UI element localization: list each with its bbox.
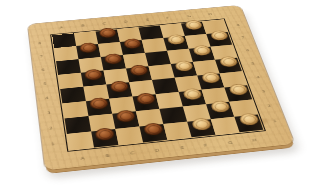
file-label: C [130, 151, 135, 155]
dark-checker-D3[interactable] [136, 92, 156, 105]
rank-label: 4 [45, 96, 49, 100]
square-A3[interactable] [62, 101, 88, 118]
square-H3[interactable] [224, 85, 252, 102]
file-label: F [166, 16, 169, 19]
light-checker-H1[interactable] [238, 113, 260, 126]
square-H1[interactable] [234, 114, 263, 132]
square-A7[interactable] [54, 46, 78, 61]
board-grid [52, 20, 263, 150]
dark-checker-D5[interactable] [129, 64, 148, 76]
rank-label: 8 [38, 41, 41, 44]
square-F5[interactable] [171, 62, 197, 78]
rank-label: 1 [51, 142, 55, 146]
light-checker-F1[interactable] [191, 118, 212, 131]
rank-label: 3 [47, 111, 51, 115]
dark-checker-B3[interactable] [89, 97, 109, 110]
light-checker-F7[interactable] [167, 34, 186, 45]
dark-checker-B7[interactable] [79, 42, 97, 53]
light-checker-H3[interactable] [228, 83, 249, 95]
dark-checker-C6[interactable] [104, 53, 123, 64]
file-label: A [60, 26, 64, 29]
square-B5[interactable] [81, 71, 106, 87]
rank-labels-left: 87654321 [37, 36, 56, 151]
square-A1[interactable] [67, 132, 94, 151]
file-label: B [81, 24, 85, 27]
file-label: B [106, 153, 110, 157]
rank-label: 6 [246, 48, 250, 51]
file-label: G [227, 141, 232, 145]
square-C1[interactable] [115, 127, 143, 145]
file-label: D [155, 148, 160, 152]
file-label: D [124, 20, 128, 23]
dark-checker-C8[interactable] [99, 27, 117, 38]
light-checker-H5[interactable] [219, 56, 239, 68]
rank-label: 1 [273, 119, 278, 123]
dark-checker-D1[interactable] [143, 122, 164, 135]
file-label: H [208, 12, 212, 15]
file-label: E [180, 146, 184, 150]
square-A5[interactable] [58, 73, 83, 89]
rank-label: 2 [49, 126, 53, 130]
rank-label: 4 [256, 75, 260, 78]
rank-label: 7 [40, 54, 44, 57]
rank-label: 7 [241, 36, 245, 39]
file-label: E [146, 18, 150, 21]
light-checker-G6[interactable] [192, 45, 211, 56]
light-checker-G2[interactable] [210, 100, 231, 113]
light-checker-G4[interactable] [201, 72, 221, 84]
rank-label: 8 [236, 23, 240, 26]
file-label: G [187, 14, 191, 17]
light-checker-G8[interactable] [184, 20, 203, 31]
dark-checker-B1[interactable] [95, 127, 115, 141]
rank-label: 5 [251, 61, 255, 64]
dark-checker-C4[interactable] [110, 80, 129, 92]
rank-label: 3 [261, 89, 265, 93]
dark-checker-B5[interactable] [84, 69, 103, 81]
light-checker-F5[interactable] [174, 60, 194, 72]
file-label: C [103, 22, 107, 25]
file-label: F [204, 143, 208, 147]
rank-label: 5 [43, 82, 47, 85]
square-B1[interactable] [91, 129, 118, 147]
file-label: H [252, 138, 257, 142]
board-frame-line [52, 20, 263, 150]
rank-label: 6 [41, 68, 45, 71]
file-label: A [81, 156, 85, 160]
rank-label: 2 [267, 104, 272, 108]
dark-checker-C2[interactable] [116, 110, 136, 123]
product-photo-canvas: ABCDEFGH ABCDEFGH 87654321 87654321 [0, 0, 322, 196]
square-G8[interactable] [181, 22, 206, 36]
checkers-board: ABCDEFGH ABCDEFGH 87654321 87654321 [28, 5, 295, 170]
square-C6[interactable] [101, 55, 126, 71]
light-checker-F3[interactable] [182, 88, 202, 100]
light-checker-H7[interactable] [210, 30, 229, 41]
dark-checker-D7[interactable] [123, 38, 142, 49]
